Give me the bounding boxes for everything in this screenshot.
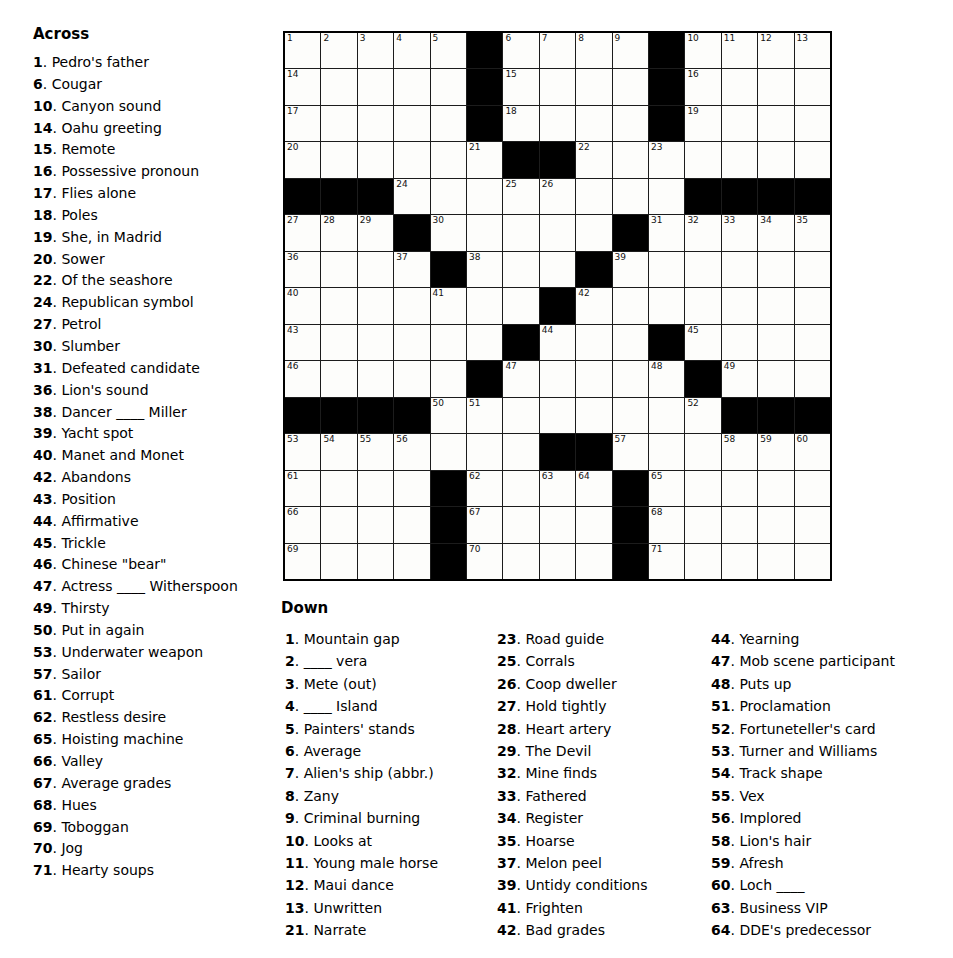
clue-number: 21 [285, 922, 304, 938]
cell-r2c10[interactable] [613, 69, 648, 104]
cell-r7c2[interactable] [321, 252, 356, 287]
clue-down-1: 1. Mountain gap [285, 628, 438, 650]
clue-number: 20 [33, 251, 52, 267]
cell-r8c3[interactable] [358, 288, 393, 323]
cell-r5c9[interactable] [576, 179, 611, 214]
cell-r3c14[interactable] [758, 106, 793, 141]
clue-across-57: 57. Sailor [33, 664, 283, 686]
cell-r4c11[interactable]: 23 [649, 142, 684, 177]
cell-r14c9[interactable] [576, 507, 611, 542]
cell-r12c1[interactable]: 53 [285, 434, 320, 469]
clue-down-53: 53. Turner and Williams [711, 740, 895, 762]
cell-number-20: 20 [287, 142, 298, 153]
clue-number: 68 [33, 797, 52, 813]
cell-r11c12[interactable]: 52 [685, 398, 720, 433]
cell-r1c4[interactable]: 4 [394, 33, 429, 68]
cell-r12c3[interactable]: 55 [358, 434, 393, 469]
cell-r7c10[interactable]: 39 [613, 252, 648, 287]
clue-across-30: 30. Slumber [33, 336, 283, 358]
cell-r13c13[interactable] [722, 471, 757, 506]
cell-r3c5[interactable] [431, 106, 466, 141]
cell-r3c2[interactable] [321, 106, 356, 141]
clue-number: 27 [497, 698, 516, 714]
cell-r9c9[interactable] [576, 325, 611, 360]
cell-number-66: 66 [287, 507, 298, 518]
cell-r6c11[interactable]: 31 [649, 215, 684, 250]
cell-r12c7[interactable] [503, 434, 538, 469]
cell-r3c7[interactable]: 18 [503, 106, 538, 141]
cell-number-8: 8 [578, 33, 584, 44]
across-clue-list: 1. Pedro's father6. Cougar10. Canyon sou… [33, 52, 283, 882]
cell-r4c12[interactable] [685, 142, 720, 177]
cell-r7c6[interactable]: 38 [467, 252, 502, 287]
cell-r9c2[interactable] [321, 325, 356, 360]
cell-r7c14[interactable] [758, 252, 793, 287]
black-cell-r6c4 [394, 215, 429, 250]
cell-r12c4[interactable]: 56 [394, 434, 429, 469]
cell-r3c4[interactable] [394, 106, 429, 141]
cell-r10c7[interactable]: 47 [503, 361, 538, 396]
cell-r10c14[interactable] [758, 361, 793, 396]
cell-r9c8[interactable]: 44 [540, 325, 575, 360]
clue-number: 1 [285, 631, 295, 647]
cell-number-16: 16 [687, 69, 698, 80]
clue-number: 55 [711, 788, 730, 804]
black-cell-r7c9 [576, 252, 611, 287]
cell-r7c15[interactable] [795, 252, 830, 287]
clue-number: 53 [33, 644, 52, 660]
clue-number: 50 [33, 622, 52, 638]
clue-number: 61 [33, 687, 52, 703]
black-cell-r2c11 [649, 69, 684, 104]
clue-down-34: 34. Register [497, 807, 648, 829]
cell-r11c11[interactable] [649, 398, 684, 433]
crossword-grid: 1234567891011121314151617181920212223242… [283, 31, 832, 581]
cell-r11c9[interactable] [576, 398, 611, 433]
clue-down-48: 48. Puts up [711, 673, 895, 695]
cell-r10c13[interactable]: 49 [722, 361, 757, 396]
black-cell-r10c12 [685, 361, 720, 396]
cell-r14c8[interactable] [540, 507, 575, 542]
cell-r6c5[interactable]: 30 [431, 215, 466, 250]
cell-r4c4[interactable] [394, 142, 429, 177]
cell-r7c7[interactable] [503, 252, 538, 287]
cell-r9c6[interactable] [467, 325, 502, 360]
cell-r13c2[interactable] [321, 471, 356, 506]
cell-r8c7[interactable] [503, 288, 538, 323]
cell-r2c14[interactable] [758, 69, 793, 104]
cell-r3c1[interactable]: 17 [285, 106, 320, 141]
cell-number-63: 63 [542, 471, 553, 482]
clue-across-69: 69. Toboggan [33, 817, 283, 839]
cell-r9c1[interactable]: 43 [285, 325, 320, 360]
cell-r1c5[interactable]: 5 [431, 33, 466, 68]
cell-r6c9[interactable] [576, 215, 611, 250]
cell-r3c8[interactable] [540, 106, 575, 141]
clue-number: 62 [33, 709, 52, 725]
cell-number-5: 5 [433, 33, 439, 44]
clue-across-46: 46. Chinese "bear" [33, 554, 283, 576]
cell-r15c2[interactable] [321, 544, 356, 579]
cell-r6c14[interactable]: 34 [758, 215, 793, 250]
cell-r13c6[interactable]: 62 [467, 471, 502, 506]
cell-r1c13[interactable]: 11 [722, 33, 757, 68]
cell-r7c3[interactable] [358, 252, 393, 287]
cell-r14c1[interactable]: 66 [285, 507, 320, 542]
cell-r8c4[interactable] [394, 288, 429, 323]
clue-number: 56 [711, 810, 730, 826]
cell-r10c15[interactable] [795, 361, 830, 396]
clue-down-21: 21. Narrate [285, 919, 438, 941]
clue-across-20: 20. Sower [33, 249, 283, 271]
cell-r14c6[interactable]: 67 [467, 507, 502, 542]
cell-r5c10[interactable] [613, 179, 648, 214]
cell-r4c9[interactable]: 22 [576, 142, 611, 177]
cell-r15c9[interactable] [576, 544, 611, 579]
black-cell-r4c7 [503, 142, 538, 177]
cell-r8c2[interactable] [321, 288, 356, 323]
cell-r3c12[interactable]: 19 [685, 106, 720, 141]
cell-r11c5[interactable]: 50 [431, 398, 466, 433]
cell-r15c13[interactable] [722, 544, 757, 579]
cell-r15c4[interactable] [394, 544, 429, 579]
clue-across-38: 38. Dancer ____ Miller [33, 402, 283, 424]
clue-number: 57 [33, 666, 52, 682]
cell-r12c10[interactable]: 57 [613, 434, 648, 469]
cell-r4c6[interactable]: 21 [467, 142, 502, 177]
cell-r15c12[interactable] [685, 544, 720, 579]
cell-r6c12[interactable]: 32 [685, 215, 720, 250]
cell-r3c9[interactable] [576, 106, 611, 141]
cell-r9c4[interactable] [394, 325, 429, 360]
cell-r5c6[interactable] [467, 179, 502, 214]
clue-down-35: 35. Hoarse [497, 830, 648, 852]
clue-down-37: 37. Melon peel [497, 852, 648, 874]
cell-r9c10[interactable] [613, 325, 648, 360]
cell-r5c5[interactable] [431, 179, 466, 214]
cell-r14c7[interactable] [503, 507, 538, 542]
clue-number: 19 [33, 229, 52, 245]
black-cell-r13c10 [613, 471, 648, 506]
cell-r6c3[interactable]: 29 [358, 215, 393, 250]
cell-r11c10[interactable] [613, 398, 648, 433]
clue-number: 6 [285, 743, 295, 759]
cell-number-42: 42 [578, 288, 589, 299]
clue-down-59: 59. Afresh [711, 852, 895, 874]
cell-r11c7[interactable] [503, 398, 538, 433]
cell-r2c2[interactable] [321, 69, 356, 104]
clue-down-33: 33. Fathered [497, 785, 648, 807]
cell-r14c13[interactable] [722, 507, 757, 542]
cell-number-13: 13 [797, 33, 808, 44]
cell-number-21: 21 [469, 142, 480, 153]
cell-r12c14[interactable]: 59 [758, 434, 793, 469]
clue-number: 38 [33, 404, 52, 420]
clue-down-64: 64. DDE's predecessor [711, 919, 895, 941]
cell-r4c1[interactable]: 20 [285, 142, 320, 177]
cell-r2c5[interactable] [431, 69, 466, 104]
cell-r7c12[interactable] [685, 252, 720, 287]
cell-r14c3[interactable] [358, 507, 393, 542]
clue-number: 47 [33, 578, 52, 594]
clue-down-2: 2. ____ vera [285, 650, 438, 672]
clue-number: 42 [497, 922, 516, 938]
cell-r15c14[interactable] [758, 544, 793, 579]
cell-r8c15[interactable] [795, 288, 830, 323]
cell-r13c11[interactable]: 65 [649, 471, 684, 506]
clue-number: 37 [497, 855, 516, 871]
cell-r3c15[interactable] [795, 106, 830, 141]
cell-r14c12[interactable] [685, 507, 720, 542]
black-cell-r3c6 [467, 106, 502, 141]
cell-number-3: 3 [360, 33, 366, 44]
cell-number-56: 56 [396, 434, 407, 445]
cell-r1c2[interactable]: 2 [321, 33, 356, 68]
cell-r5c11[interactable] [649, 179, 684, 214]
clue-down-32: 32. Mine finds [497, 762, 648, 784]
cell-r12c5[interactable] [431, 434, 466, 469]
cell-r1c10[interactable]: 9 [613, 33, 648, 68]
cell-r10c2[interactable] [321, 361, 356, 396]
cell-r9c5[interactable] [431, 325, 466, 360]
clue-across-50: 50. Put in again [33, 620, 283, 642]
cell-r15c15[interactable] [795, 544, 830, 579]
cell-r10c5[interactable] [431, 361, 466, 396]
cell-number-10: 10 [687, 33, 698, 44]
cell-r4c14[interactable] [758, 142, 793, 177]
black-cell-r14c10 [613, 507, 648, 542]
cell-r13c3[interactable] [358, 471, 393, 506]
cell-number-70: 70 [469, 544, 480, 555]
clue-number: 60 [711, 877, 730, 893]
cell-r13c1[interactable]: 61 [285, 471, 320, 506]
clue-down-39: 39. Untidy conditions [497, 874, 648, 896]
cell-number-38: 38 [469, 252, 480, 263]
cell-r10c9[interactable] [576, 361, 611, 396]
cell-number-35: 35 [797, 215, 808, 226]
cell-r1c8[interactable]: 7 [540, 33, 575, 68]
cell-r4c3[interactable] [358, 142, 393, 177]
cell-r13c9[interactable]: 64 [576, 471, 611, 506]
cell-number-47: 47 [505, 361, 516, 372]
cell-r6c2[interactable]: 28 [321, 215, 356, 250]
cell-r8c1[interactable]: 40 [285, 288, 320, 323]
cell-r3c10[interactable] [613, 106, 648, 141]
cell-r6c1[interactable]: 27 [285, 215, 320, 250]
cell-r2c4[interactable] [394, 69, 429, 104]
cell-r10c4[interactable] [394, 361, 429, 396]
black-cell-r5c3 [358, 179, 393, 214]
cell-r15c3[interactable] [358, 544, 393, 579]
cell-r6c13[interactable]: 33 [722, 215, 757, 250]
black-cell-r11c2 [321, 398, 356, 433]
cell-r6c7[interactable] [503, 215, 538, 250]
cell-r3c13[interactable] [722, 106, 757, 141]
down-clue-list-col3: 44. Yearning47. Mob scene participant48.… [711, 628, 895, 942]
clue-down-10: 10. Looks at [285, 830, 438, 852]
clue-number: 29 [497, 743, 516, 759]
across-clues-panel: Across 1. Pedro's father6. Cougar10. Can… [33, 24, 283, 882]
cell-r10c3[interactable] [358, 361, 393, 396]
black-cell-r10c6 [467, 361, 502, 396]
cell-r9c15[interactable] [795, 325, 830, 360]
clue-down-28: 28. Heart artery [497, 718, 648, 740]
cell-r15c7[interactable] [503, 544, 538, 579]
black-cell-r1c6 [467, 33, 502, 68]
clue-down-54: 54. Track shape [711, 762, 895, 784]
clue-down-3: 3. Mete (out) [285, 673, 438, 695]
cell-number-33: 33 [724, 215, 735, 226]
cell-r12c11[interactable] [649, 434, 684, 469]
clue-number: 59 [711, 855, 730, 871]
clue-across-36: 36. Lion's sound [33, 380, 283, 402]
cell-r2c12[interactable]: 16 [685, 69, 720, 104]
cell-r12c6[interactable] [467, 434, 502, 469]
cell-r3c3[interactable] [358, 106, 393, 141]
black-cell-r6c10 [613, 215, 648, 250]
cell-r8c11[interactable] [649, 288, 684, 323]
black-cell-r2c6 [467, 69, 502, 104]
clue-down-47: 47. Mob scene participant [711, 650, 895, 672]
clue-number: 54 [711, 765, 730, 781]
cell-r8c13[interactable] [722, 288, 757, 323]
cell-r10c1[interactable]: 46 [285, 361, 320, 396]
cell-r4c10[interactable] [613, 142, 648, 177]
cell-number-53: 53 [287, 434, 298, 445]
cell-r5c4[interactable]: 24 [394, 179, 429, 214]
black-cell-r11c14 [758, 398, 793, 433]
black-cell-r5c15 [795, 179, 830, 214]
cell-r2c1[interactable]: 14 [285, 69, 320, 104]
clue-across-14: 14. Oahu greeting [33, 118, 283, 140]
cell-r4c13[interactable] [722, 142, 757, 177]
cell-r2c9[interactable] [576, 69, 611, 104]
cell-r2c7[interactable]: 15 [503, 69, 538, 104]
clue-across-71: 71. Hearty soups [33, 860, 283, 882]
down-clue-list-col1: 1. Mountain gap2. ____ vera3. Mete (out)… [285, 628, 438, 942]
cell-r1c12[interactable]: 10 [685, 33, 720, 68]
cell-r8c6[interactable] [467, 288, 502, 323]
cell-r4c15[interactable] [795, 142, 830, 177]
cell-r14c14[interactable] [758, 507, 793, 542]
clue-number: 10 [285, 833, 304, 849]
cell-r13c4[interactable] [394, 471, 429, 506]
cell-r2c13[interactable] [722, 69, 757, 104]
cell-r14c15[interactable] [795, 507, 830, 542]
cell-r6c6[interactable] [467, 215, 502, 250]
cell-r1c3[interactable]: 3 [358, 33, 393, 68]
clue-number: 16 [33, 163, 52, 179]
cell-r7c4[interactable]: 37 [394, 252, 429, 287]
cell-r8c14[interactable] [758, 288, 793, 323]
cell-r1c1[interactable]: 1 [285, 33, 320, 68]
clue-across-10: 10. Canyon sound [33, 96, 283, 118]
cell-r4c2[interactable] [321, 142, 356, 177]
cell-r13c7[interactable] [503, 471, 538, 506]
clue-number: 2 [285, 653, 295, 669]
cell-r7c11[interactable] [649, 252, 684, 287]
cell-r12c12[interactable] [685, 434, 720, 469]
cell-r11c8[interactable] [540, 398, 575, 433]
clue-number: 5 [285, 721, 295, 737]
cell-r13c14[interactable] [758, 471, 793, 506]
black-cell-r9c11 [649, 325, 684, 360]
clue-number: 14 [33, 120, 52, 136]
cell-r14c4[interactable] [394, 507, 429, 542]
cell-r14c11[interactable]: 68 [649, 507, 684, 542]
cell-r2c8[interactable] [540, 69, 575, 104]
clue-across-31: 31. Defeated candidate [33, 358, 283, 380]
clue-number: 52 [711, 721, 730, 737]
clue-across-47: 47. Actress ____ Witherspoon [33, 576, 283, 598]
cell-r13c12[interactable] [685, 471, 720, 506]
cell-r2c3[interactable] [358, 69, 393, 104]
clue-down-44: 44. Yearning [711, 628, 895, 650]
cell-r10c11[interactable]: 48 [649, 361, 684, 396]
cell-r6c15[interactable]: 35 [795, 215, 830, 250]
cell-r10c10[interactable] [613, 361, 648, 396]
black-cell-r11c4 [394, 398, 429, 433]
cell-r12c2[interactable]: 54 [321, 434, 356, 469]
cell-r15c11[interactable]: 71 [649, 544, 684, 579]
cell-r5c7[interactable]: 25 [503, 179, 538, 214]
cell-r9c14[interactable] [758, 325, 793, 360]
cell-r7c13[interactable] [722, 252, 757, 287]
cell-r10c8[interactable] [540, 361, 575, 396]
cell-r7c8[interactable] [540, 252, 575, 287]
cell-r12c13[interactable]: 58 [722, 434, 757, 469]
cell-r8c12[interactable] [685, 288, 720, 323]
down-clue-list-col2: 23. Road guide25. Corrals26. Coop dwelle… [497, 628, 648, 942]
cell-r15c8[interactable] [540, 544, 575, 579]
cell-r13c15[interactable] [795, 471, 830, 506]
cell-r2c15[interactable] [795, 69, 830, 104]
cell-r14c2[interactable] [321, 507, 356, 542]
black-cell-r5c14 [758, 179, 793, 214]
cell-r1c15[interactable]: 13 [795, 33, 830, 68]
cell-r12c15[interactable]: 60 [795, 434, 830, 469]
cell-r15c6[interactable]: 70 [467, 544, 502, 579]
cell-r9c13[interactable] [722, 325, 757, 360]
cell-r8c5[interactable]: 41 [431, 288, 466, 323]
cell-r6c8[interactable] [540, 215, 575, 250]
cell-r1c14[interactable]: 12 [758, 33, 793, 68]
cell-r1c9[interactable]: 8 [576, 33, 611, 68]
black-cell-r14c5 [431, 507, 466, 542]
cell-number-71: 71 [651, 544, 662, 555]
cell-r13c8[interactable]: 63 [540, 471, 575, 506]
clue-across-49: 49. Thirsty [33, 598, 283, 620]
cell-r9c3[interactable] [358, 325, 393, 360]
cell-r8c9[interactable]: 42 [576, 288, 611, 323]
cell-r15c1[interactable]: 69 [285, 544, 320, 579]
black-cell-r11c15 [795, 398, 830, 433]
clue-number: 32 [497, 765, 516, 781]
clue-number: 25 [497, 653, 516, 669]
cell-r8c10[interactable] [613, 288, 648, 323]
cell-r7c1[interactable]: 36 [285, 252, 320, 287]
clue-across-62: 62. Restless desire [33, 707, 283, 729]
cell-r4c5[interactable] [431, 142, 466, 177]
clue-across-66: 66. Valley [33, 751, 283, 773]
clue-number: 65 [33, 731, 52, 747]
cell-r1c7[interactable]: 6 [503, 33, 538, 68]
cell-r9c12[interactable]: 45 [685, 325, 720, 360]
cell-r5c8[interactable]: 26 [540, 179, 575, 214]
clue-down-60: 60. Loch ____ [711, 874, 895, 896]
cell-r11c6[interactable]: 51 [467, 398, 502, 433]
cell-number-14: 14 [287, 69, 298, 80]
